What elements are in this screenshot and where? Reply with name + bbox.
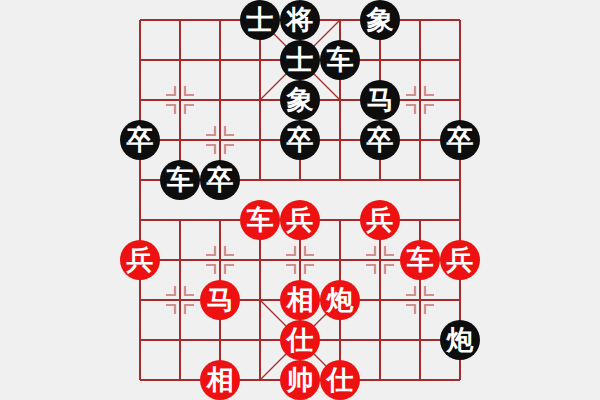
red-chariot[interactable]: 车	[400, 240, 440, 280]
red-soldier[interactable]: 兵	[440, 240, 480, 280]
black-soldier[interactable]: 卒	[120, 120, 160, 160]
black-chariot-glyph: 车	[327, 47, 354, 74]
black-cannon-glyph: 炮	[447, 327, 474, 354]
red-chariot-glyph: 车	[407, 247, 434, 274]
black-soldier[interactable]: 卒	[200, 160, 240, 200]
black-advisor-glyph: 士	[287, 47, 314, 74]
black-general[interactable]: 将	[280, 0, 320, 40]
black-elephant-glyph: 象	[367, 7, 394, 34]
black-soldier[interactable]: 卒	[440, 120, 480, 160]
red-cannon-glyph: 炮	[327, 287, 354, 314]
red-soldier[interactable]: 兵	[360, 200, 400, 240]
black-soldier[interactable]: 卒	[280, 120, 320, 160]
black-soldier-glyph: 卒	[447, 127, 474, 154]
red-chariot-glyph: 车	[247, 207, 274, 234]
red-elephant-glyph: 相	[207, 367, 234, 394]
black-soldier-glyph: 卒	[287, 127, 314, 154]
red-general-glyph: 帅	[287, 367, 314, 394]
black-horse-glyph: 马	[367, 87, 394, 114]
red-horse[interactable]: 马	[200, 280, 240, 320]
black-advisor[interactable]: 士	[280, 40, 320, 80]
black-advisor-glyph: 士	[247, 7, 274, 34]
red-chariot[interactable]: 车	[240, 200, 280, 240]
black-soldier[interactable]: 卒	[360, 120, 400, 160]
red-elephant[interactable]: 相	[280, 280, 320, 320]
xiangqi-board[interactable]: 士将象士车象马卒卒卒卒车卒车兵兵兵车兵马相炮仕炮相帅仕	[120, 0, 480, 400]
red-horse-glyph: 马	[207, 287, 234, 314]
black-cannon[interactable]: 炮	[440, 320, 480, 360]
xiangqi-app: 士将象士车象马卒卒卒卒车卒车兵兵兵车兵马相炮仕炮相帅仕	[0, 0, 600, 400]
black-chariot[interactable]: 车	[160, 160, 200, 200]
red-soldier-glyph: 兵	[447, 247, 474, 274]
black-soldier-glyph: 卒	[367, 127, 394, 154]
black-soldier-glyph: 卒	[207, 167, 234, 194]
black-elephant[interactable]: 象	[360, 0, 400, 40]
red-soldier-glyph: 兵	[287, 207, 314, 234]
red-soldier-glyph: 兵	[367, 207, 394, 234]
black-horse[interactable]: 马	[360, 80, 400, 120]
red-soldier[interactable]: 兵	[120, 240, 160, 280]
red-advisor[interactable]: 仕	[280, 320, 320, 360]
black-general-glyph: 将	[287, 7, 314, 34]
black-chariot[interactable]: 车	[320, 40, 360, 80]
black-soldier-glyph: 卒	[127, 127, 154, 154]
red-elephant-glyph: 相	[287, 287, 314, 314]
black-advisor[interactable]: 士	[240, 0, 280, 40]
black-elephant[interactable]: 象	[280, 80, 320, 120]
red-cannon[interactable]: 炮	[320, 280, 360, 320]
black-elephant-glyph: 象	[287, 87, 314, 114]
red-advisor-glyph: 仕	[287, 327, 314, 354]
red-advisor-glyph: 仕	[327, 367, 354, 394]
red-soldier-glyph: 兵	[127, 247, 154, 274]
red-soldier[interactable]: 兵	[280, 200, 320, 240]
red-general[interactable]: 帅	[280, 360, 320, 400]
red-advisor[interactable]: 仕	[320, 360, 360, 400]
red-elephant[interactable]: 相	[200, 360, 240, 400]
black-chariot-glyph: 车	[167, 167, 194, 194]
